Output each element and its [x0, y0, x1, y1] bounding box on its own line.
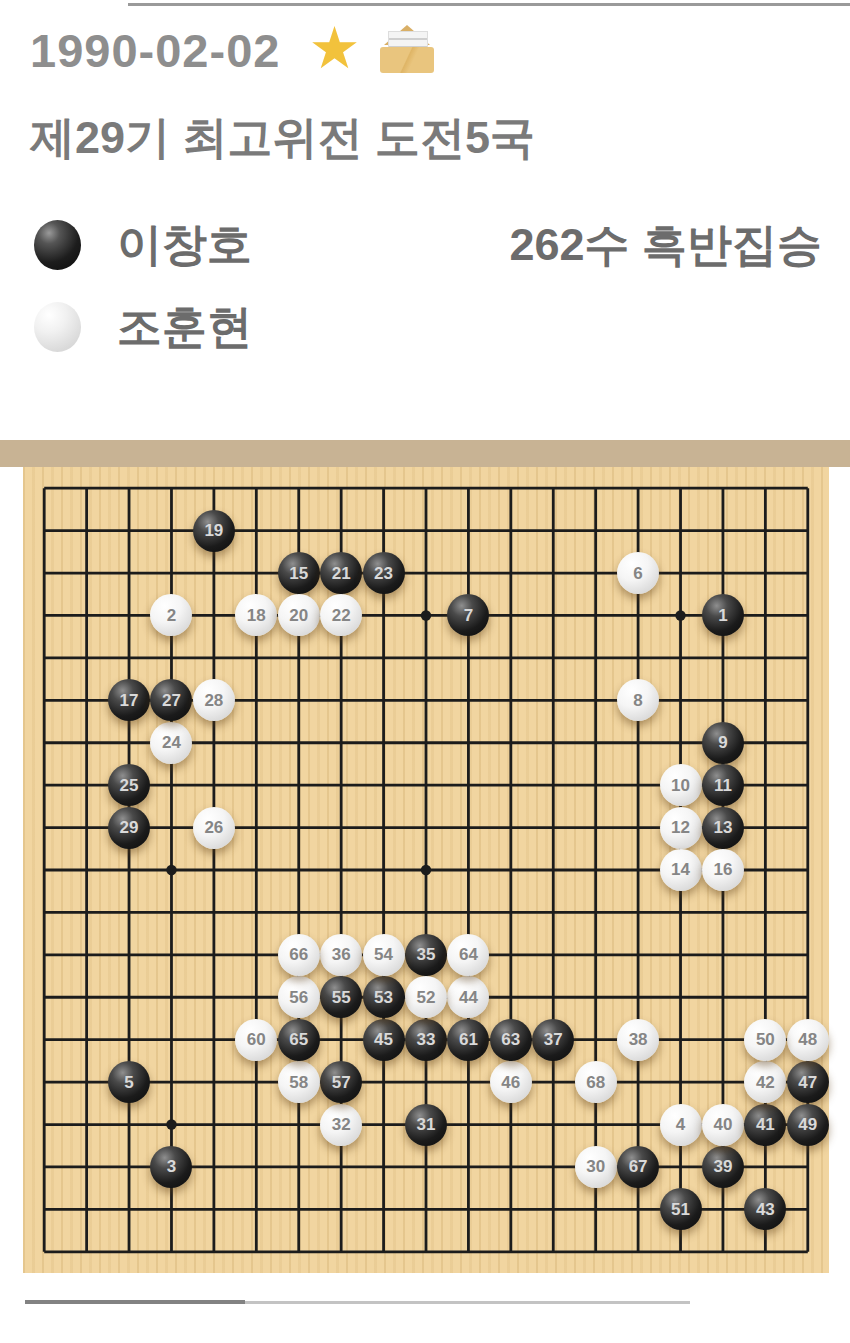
stone-white-24: 24 [150, 722, 192, 764]
stone-black-57: 57 [320, 1061, 362, 1103]
stone-black-63: 63 [490, 1019, 532, 1061]
stone-white-54: 54 [363, 934, 405, 976]
stone-white-32: 32 [320, 1104, 362, 1146]
stone-black-33: 33 [405, 1019, 447, 1061]
progress-filled [25, 1300, 245, 1304]
stone-black-55: 55 [320, 976, 362, 1018]
stone-black-27: 27 [150, 679, 192, 721]
stone-white-58: 58 [278, 1061, 320, 1103]
favorite-star-icon[interactable]: ★ [308, 19, 360, 77]
stone-black-39: 39 [702, 1146, 744, 1188]
stone-black-51: 51 [660, 1188, 702, 1230]
stone-white-64: 64 [447, 934, 489, 976]
stone-black-17: 17 [108, 679, 150, 721]
go-board[interactable]: 1234567891011121314151617181920212223242… [23, 467, 829, 1273]
stone-white-56: 56 [278, 976, 320, 1018]
stone-white-36: 36 [320, 934, 362, 976]
board-grid: 1234567891011121314151617181920212223242… [23, 467, 829, 1273]
mail-icon[interactable] [378, 25, 436, 75]
stone-black-53: 53 [363, 976, 405, 1018]
mail-envelope-shape [380, 47, 434, 73]
stone-white-2: 2 [150, 594, 192, 636]
stone-black-21: 21 [320, 552, 362, 594]
stone-black-49: 49 [787, 1104, 829, 1146]
stone-white-8: 8 [617, 679, 659, 721]
stone-black-1: 1 [702, 594, 744, 636]
stone-white-30: 30 [575, 1146, 617, 1188]
stone-white-16: 16 [702, 849, 744, 891]
stone-white-50: 50 [744, 1019, 786, 1061]
stone-black-11: 11 [702, 764, 744, 806]
stone-white-40: 40 [702, 1104, 744, 1146]
move-progress-bar[interactable] [25, 1300, 690, 1305]
stone-black-47: 47 [787, 1061, 829, 1103]
game-date: 1990-02-02 [30, 23, 280, 78]
stone-black-61: 61 [447, 1019, 489, 1061]
stone-white-46: 46 [490, 1061, 532, 1103]
stone-black-13: 13 [702, 807, 744, 849]
white-stone-icon [34, 302, 81, 352]
stone-white-20: 20 [278, 594, 320, 636]
stone-white-10: 10 [660, 764, 702, 806]
stone-black-7: 7 [447, 594, 489, 636]
white-player-name: 조훈현 [117, 297, 252, 357]
stone-black-45: 45 [363, 1019, 405, 1061]
stone-white-48: 48 [787, 1019, 829, 1061]
stone-white-22: 22 [320, 594, 362, 636]
stone-black-3: 3 [150, 1146, 192, 1188]
stone-white-26: 26 [193, 807, 235, 849]
stone-black-35: 35 [405, 934, 447, 976]
stone-white-4: 4 [660, 1104, 702, 1146]
game-result: 262수 흑반집승 [509, 215, 822, 275]
stone-black-5: 5 [108, 1061, 150, 1103]
white-player-row: 조훈현 [34, 297, 252, 357]
black-player-row: 이창호 [34, 215, 252, 275]
game-date-row: 1990-02-02 ★ [30, 18, 436, 82]
stone-black-67: 67 [617, 1146, 659, 1188]
stone-white-6: 6 [617, 552, 659, 594]
stone-white-14: 14 [660, 849, 702, 891]
stone-white-18: 18 [235, 594, 277, 636]
stone-black-43: 43 [744, 1188, 786, 1230]
stone-white-66: 66 [278, 934, 320, 976]
stone-white-42: 42 [744, 1061, 786, 1103]
top-divider [128, 3, 850, 6]
stone-black-25: 25 [108, 764, 150, 806]
game-title: 제29기 최고위전 도전5국 [30, 108, 535, 168]
stone-white-28: 28 [193, 679, 235, 721]
progress-remaining [245, 1301, 690, 1304]
stone-white-44: 44 [447, 976, 489, 1018]
stone-white-52: 52 [405, 976, 447, 1018]
stone-black-29: 29 [108, 807, 150, 849]
stone-black-15: 15 [278, 552, 320, 594]
stone-white-38: 38 [617, 1019, 659, 1061]
kifu-viewer-page: 1990-02-02 ★ 제29기 최고위전 도전5국 이창호 262수 흑반집… [0, 0, 850, 1343]
board-top-band [0, 440, 850, 467]
stone-black-19: 19 [193, 510, 235, 552]
stone-black-9: 9 [702, 722, 744, 764]
stone-black-41: 41 [744, 1104, 786, 1146]
black-stone-icon [34, 220, 81, 270]
stone-white-60: 60 [235, 1019, 277, 1061]
stone-black-37: 37 [532, 1019, 574, 1061]
stone-black-65: 65 [278, 1019, 320, 1061]
black-player-name: 이창호 [117, 215, 252, 275]
stone-black-23: 23 [363, 552, 405, 594]
stone-white-12: 12 [660, 807, 702, 849]
stone-black-31: 31 [405, 1104, 447, 1146]
stone-white-68: 68 [575, 1061, 617, 1103]
